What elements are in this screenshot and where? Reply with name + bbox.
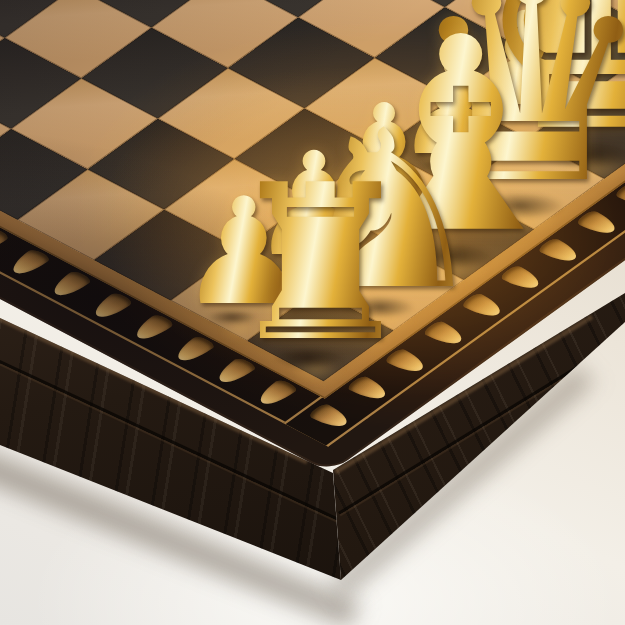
palmette-leaf-ornament xyxy=(460,292,507,320)
chessboard-grid xyxy=(0,0,625,381)
palmette-leaf-ornament xyxy=(6,248,52,278)
palmette-leaf-ornament xyxy=(575,210,622,238)
palmette-leaf-ornament xyxy=(422,320,469,348)
palmette-leaf-ornament xyxy=(212,357,258,387)
palmette-leaf-ornament xyxy=(129,314,175,344)
palmette-leaf-ornament xyxy=(307,403,354,431)
palmette-leaf-ornament xyxy=(253,379,299,409)
palmette-leaf-ornament xyxy=(384,348,431,376)
palmette-leaf-ornament xyxy=(88,292,134,322)
chess-set-photo: ♟♚♟♛♟♝♟♞♟♜ xyxy=(0,0,625,625)
palmette-leaf-ornament xyxy=(537,237,584,265)
palmette-leaf-ornament xyxy=(499,265,546,293)
palmette-leaf-ornament xyxy=(170,335,216,365)
palmette-leaf-ornament xyxy=(345,375,392,403)
palmette-leaf-ornament xyxy=(47,270,93,300)
